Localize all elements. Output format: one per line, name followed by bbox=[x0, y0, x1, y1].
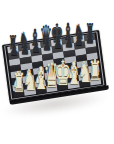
chess-board bbox=[2, 30, 107, 101]
product-photo: ♜♞♝♛♚♝♞♜♟♟♟♟♟♟♟♟♟♟♟♟♟♟♟♟♜♞♝♛♚♝♞♜ bbox=[0, 0, 114, 144]
